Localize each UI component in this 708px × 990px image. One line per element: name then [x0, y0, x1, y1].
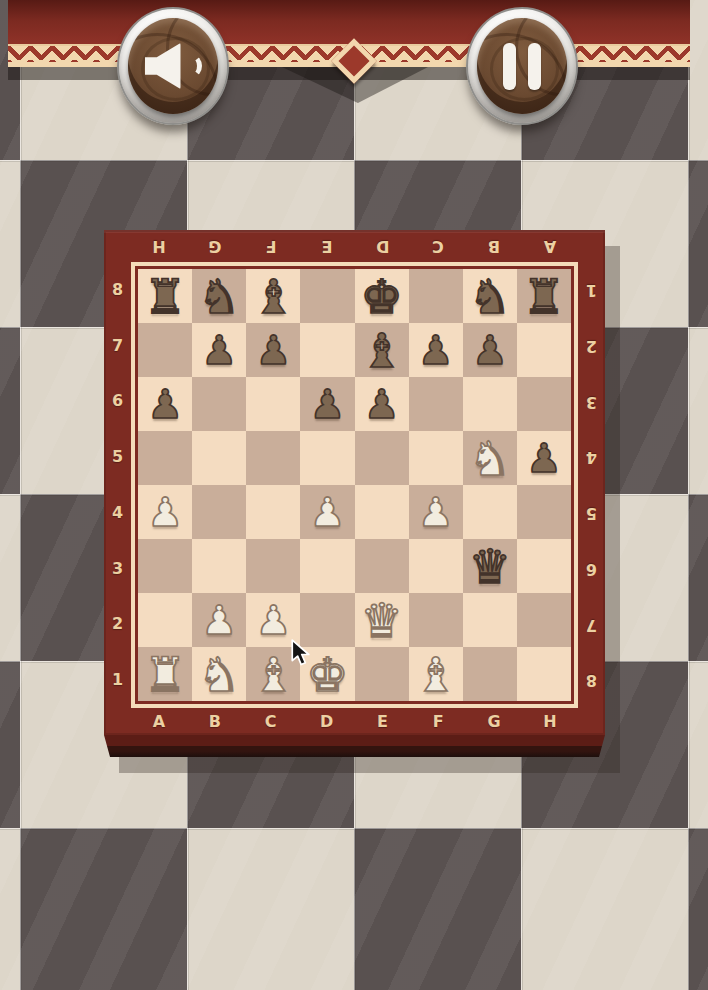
black-king[interactable]: ♚: [355, 269, 409, 323]
file-label: D: [355, 230, 411, 262]
white-queen[interactable]: ♛: [355, 593, 409, 647]
square-e2[interactable]: ♛: [355, 593, 409, 647]
square-c4[interactable]: [246, 485, 300, 539]
rank-label: 3: [578, 374, 605, 430]
square-a5[interactable]: [138, 431, 192, 485]
square-c5[interactable]: [246, 431, 300, 485]
square-b3[interactable]: [192, 539, 246, 593]
speaker-body: [145, 43, 181, 89]
square-b8[interactable]: ♞: [192, 269, 246, 323]
square-a7[interactable]: [138, 323, 192, 377]
top-bar-band: [8, 0, 690, 46]
square-d3[interactable]: [300, 539, 354, 593]
square-b5[interactable]: [192, 431, 246, 485]
file-label: B: [187, 708, 243, 735]
square-c2[interactable]: ♟: [246, 593, 300, 647]
square-a2[interactable]: [138, 593, 192, 647]
black-pawn[interactable]: ♟: [300, 377, 354, 431]
square-e7[interactable]: ♝: [355, 323, 409, 377]
rank-label: 2: [578, 318, 605, 374]
square-b2[interactable]: ♟: [192, 593, 246, 647]
square-g1[interactable]: [463, 647, 517, 701]
square-f1[interactable]: ♝: [409, 647, 463, 701]
square-c7[interactable]: ♟: [246, 323, 300, 377]
board-3d-edge: [104, 735, 605, 757]
black-queen[interactable]: ♛: [463, 539, 517, 593]
square-h5[interactable]: ♟: [517, 431, 571, 485]
white-bishop[interactable]: ♝: [409, 647, 463, 701]
rank-label: 2: [104, 597, 131, 653]
pause-button[interactable]: [466, 7, 578, 125]
wood-face: [477, 18, 567, 114]
square-g8[interactable]: ♞: [463, 269, 517, 323]
pause-bar: [528, 43, 541, 90]
rank-label: 4: [104, 485, 131, 541]
square-e5[interactable]: [355, 431, 409, 485]
black-pawn[interactable]: ♟: [463, 323, 517, 377]
square-d7[interactable]: [300, 323, 354, 377]
file-label: C: [410, 230, 466, 262]
file-label: E: [299, 230, 355, 262]
square-e8[interactable]: ♚: [355, 269, 409, 323]
square-f5[interactable]: [409, 431, 463, 485]
square-d2[interactable]: [300, 593, 354, 647]
black-bishop[interactable]: ♝: [246, 269, 300, 323]
file-label: A: [522, 230, 578, 262]
square-e1[interactable]: [355, 647, 409, 701]
square-h2[interactable]: [517, 593, 571, 647]
rank-label: 5: [578, 485, 605, 541]
file-label: F: [243, 230, 299, 262]
file-label: H: [522, 708, 578, 735]
black-pawn[interactable]: ♟: [138, 377, 192, 431]
white-pawn[interactable]: ♟: [409, 485, 463, 539]
white-pawn[interactable]: ♟: [300, 485, 354, 539]
file-label: A: [131, 708, 187, 735]
square-a1[interactable]: ♜: [138, 647, 192, 701]
black-knight[interactable]: ♞: [192, 269, 246, 323]
white-rook[interactable]: ♜: [138, 647, 192, 701]
square-c3[interactable]: [246, 539, 300, 593]
file-label: C: [243, 708, 299, 735]
square-c1[interactable]: ♝: [246, 647, 300, 701]
rank-label: 1: [578, 262, 605, 318]
white-knight[interactable]: ♞: [463, 431, 517, 485]
file-label: H: [131, 230, 187, 262]
board-inner-frame: ♜♞♝♚♞♜♟♟♝♟♟♟♟♟♞♟♟♟♟♛♟♟♛♜♞♝♚♝: [131, 262, 578, 708]
black-rook[interactable]: ♜: [138, 269, 192, 323]
square-g4[interactable]: [463, 485, 517, 539]
square-d8[interactable]: [300, 269, 354, 323]
square-f3[interactable]: [409, 539, 463, 593]
square-b4[interactable]: [192, 485, 246, 539]
rank-label: 1: [104, 652, 131, 708]
black-bishop[interactable]: ♝: [355, 323, 409, 377]
square-a4[interactable]: ♟: [138, 485, 192, 539]
speaker-icon: [128, 18, 218, 114]
square-e4[interactable]: [355, 485, 409, 539]
rank-labels-left: 87654321: [104, 262, 131, 708]
square-f2[interactable]: [409, 593, 463, 647]
rank-label: 8: [578, 652, 605, 708]
rank-label: 3: [104, 541, 131, 597]
square-g6[interactable]: [463, 377, 517, 431]
square-g7[interactable]: ♟: [463, 323, 517, 377]
square-c6[interactable]: [246, 377, 300, 431]
black-pawn[interactable]: ♟: [355, 377, 409, 431]
rank-label: 6: [104, 374, 131, 430]
square-b6[interactable]: [192, 377, 246, 431]
wood-face: [128, 18, 218, 114]
black-pawn[interactable]: ♟: [192, 323, 246, 377]
rank-labels-right: 12345678: [578, 262, 605, 708]
file-label: F: [410, 708, 466, 735]
rank-label: 8: [104, 262, 131, 318]
file-label: E: [355, 708, 411, 735]
square-g3[interactable]: ♛: [463, 539, 517, 593]
file-label: G: [187, 230, 243, 262]
file-label: B: [466, 230, 522, 262]
rank-label: 7: [578, 597, 605, 653]
square-e3[interactable]: [355, 539, 409, 593]
square-h4[interactable]: [517, 485, 571, 539]
black-rook[interactable]: ♜: [517, 269, 571, 323]
file-labels-top: HGFEDCBA: [131, 230, 578, 262]
file-label: G: [466, 708, 522, 735]
rank-label: 4: [578, 429, 605, 485]
square-d5[interactable]: [300, 431, 354, 485]
rank-label: 6: [578, 541, 605, 597]
square-b1[interactable]: ♞: [192, 647, 246, 701]
square-a8[interactable]: ♜: [138, 269, 192, 323]
square-f7[interactable]: ♟: [409, 323, 463, 377]
white-bishop[interactable]: ♝: [246, 647, 300, 701]
square-d6[interactable]: ♟: [300, 377, 354, 431]
rank-label: 7: [104, 318, 131, 374]
file-labels-bottom: ABCDEFGH: [131, 708, 578, 735]
squares-grid: ♜♞♝♚♞♜♟♟♝♟♟♟♟♟♞♟♟♟♟♛♟♟♛♜♞♝♚♝: [138, 269, 571, 701]
white-pawn[interactable]: ♟: [246, 593, 300, 647]
square-h6[interactable]: [517, 377, 571, 431]
square-f4[interactable]: ♟: [409, 485, 463, 539]
square-d1[interactable]: ♚: [300, 647, 354, 701]
square-b7[interactable]: ♟: [192, 323, 246, 377]
square-f8[interactable]: [409, 269, 463, 323]
square-g2[interactable]: [463, 593, 517, 647]
game-screen: HGFEDCBA ABCDEFGH 87654321 12345678 ♜♞♝♚…: [0, 0, 708, 990]
sound-button[interactable]: [117, 7, 229, 125]
square-h7[interactable]: [517, 323, 571, 377]
square-f6[interactable]: [409, 377, 463, 431]
white-king[interactable]: ♚: [300, 647, 354, 701]
square-h1[interactable]: [517, 647, 571, 701]
file-label: D: [299, 708, 355, 735]
rank-label: 5: [104, 429, 131, 485]
pause-bar: [503, 43, 516, 90]
square-g5[interactable]: ♞: [463, 431, 517, 485]
white-pawn[interactable]: ♟: [192, 593, 246, 647]
black-pawn[interactable]: ♟: [246, 323, 300, 377]
square-e6[interactable]: ♟: [355, 377, 409, 431]
chess-board: HGFEDCBA ABCDEFGH 87654321 12345678 ♜♞♝♚…: [104, 230, 605, 735]
white-pawn[interactable]: ♟: [138, 485, 192, 539]
black-pawn[interactable]: ♟: [517, 431, 571, 485]
square-a6[interactable]: ♟: [138, 377, 192, 431]
square-d4[interactable]: ♟: [300, 485, 354, 539]
top-bar: [8, 0, 690, 67]
square-a3[interactable]: [138, 539, 192, 593]
square-h8[interactable]: ♜: [517, 269, 571, 323]
black-pawn[interactable]: ♟: [409, 323, 463, 377]
white-knight[interactable]: ♞: [192, 647, 246, 701]
black-knight[interactable]: ♞: [463, 269, 517, 323]
board-frame: HGFEDCBA ABCDEFGH 87654321 12345678 ♜♞♝♚…: [104, 230, 605, 735]
pause-icon: [477, 18, 567, 114]
square-h3[interactable]: [517, 539, 571, 593]
square-c8[interactable]: ♝: [246, 269, 300, 323]
speaker-wave: [184, 55, 202, 77]
